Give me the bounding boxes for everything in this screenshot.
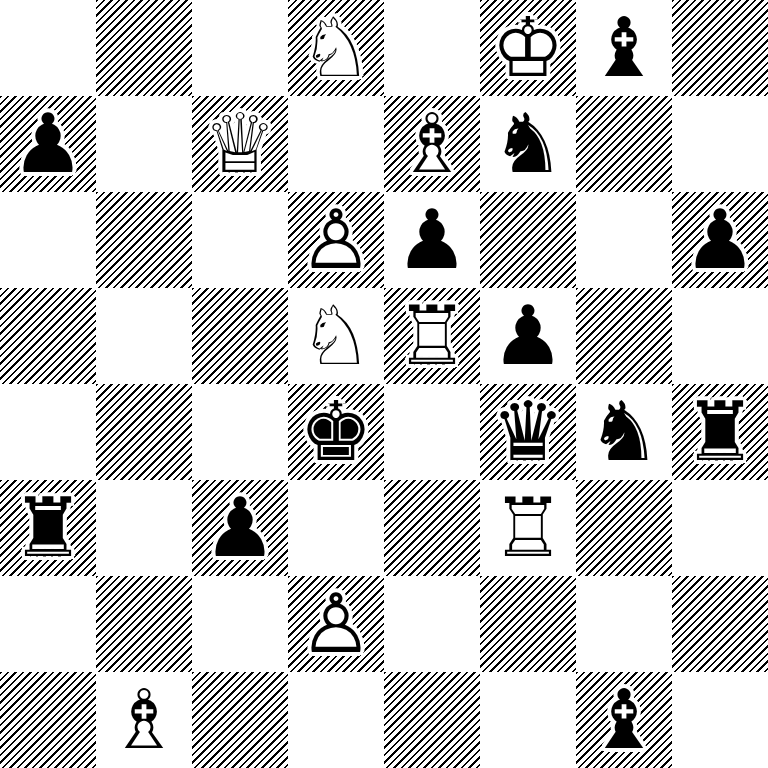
black-king-d4: ♚ (288, 384, 384, 480)
square-b7[interactable] (96, 96, 192, 192)
square-f2[interactable] (480, 576, 576, 672)
square-e2[interactable] (384, 576, 480, 672)
square-d2[interactable]: ♟♙ (288, 576, 384, 672)
square-d6[interactable]: ♟♙ (288, 192, 384, 288)
square-b1[interactable]: ♝♗ (96, 672, 192, 768)
black-bishop-g8: ♝ (576, 0, 672, 96)
square-e1[interactable] (384, 672, 480, 768)
white-rook-f3: ♖ (480, 480, 576, 576)
square-g5[interactable] (576, 288, 672, 384)
square-b2[interactable] (96, 576, 192, 672)
square-c1[interactable] (192, 672, 288, 768)
square-a2[interactable] (0, 576, 96, 672)
square-b4[interactable] (96, 384, 192, 480)
black-pawn-e6: ♟ (384, 192, 480, 288)
black-pawn-f5: ♟ (480, 288, 576, 384)
black-knight-f7: ♞ (480, 96, 576, 192)
square-g2[interactable] (576, 576, 672, 672)
white-king-f8: ♔ (480, 0, 576, 96)
square-d8[interactable]: ♞♘ (288, 0, 384, 96)
square-e3[interactable] (384, 480, 480, 576)
black-bishop-g1: ♝ (576, 672, 672, 768)
square-c4[interactable] (192, 384, 288, 480)
square-g4[interactable]: ♞♞ (576, 384, 672, 480)
square-c3[interactable]: ♟♟ (192, 480, 288, 576)
square-g7[interactable] (576, 96, 672, 192)
square-d7[interactable] (288, 96, 384, 192)
square-a5[interactable] (0, 288, 96, 384)
square-e4[interactable] (384, 384, 480, 480)
white-pawn-d6: ♙ (288, 192, 384, 288)
white-pawn-d2: ♙ (288, 576, 384, 672)
white-rook-e5: ♖ (384, 288, 480, 384)
square-b8[interactable] (96, 0, 192, 96)
square-g1[interactable]: ♝♝ (576, 672, 672, 768)
white-bishop-b1: ♗ (96, 672, 192, 768)
square-d5[interactable]: ♞♘ (288, 288, 384, 384)
square-a3[interactable]: ♜♜ (0, 480, 96, 576)
square-c8[interactable] (192, 0, 288, 96)
square-f4[interactable]: ♛♛ (480, 384, 576, 480)
black-pawn-h6: ♟ (672, 192, 768, 288)
square-g3[interactable] (576, 480, 672, 576)
square-e8[interactable] (384, 0, 480, 96)
square-f5[interactable]: ♟♟ (480, 288, 576, 384)
square-f8[interactable]: ♚♔ (480, 0, 576, 96)
black-queen-f4: ♛ (480, 384, 576, 480)
square-c5[interactable] (192, 288, 288, 384)
black-pawn-c3: ♟ (192, 480, 288, 576)
square-a4[interactable] (0, 384, 96, 480)
square-h3[interactable] (672, 480, 768, 576)
white-knight-d5: ♘ (288, 288, 384, 384)
square-g6[interactable] (576, 192, 672, 288)
square-d4[interactable]: ♚♚ (288, 384, 384, 480)
square-a6[interactable] (0, 192, 96, 288)
square-d1[interactable] (288, 672, 384, 768)
square-c2[interactable] (192, 576, 288, 672)
square-a7[interactable]: ♟♟ (0, 96, 96, 192)
square-b3[interactable] (96, 480, 192, 576)
square-h2[interactable] (672, 576, 768, 672)
square-d3[interactable] (288, 480, 384, 576)
white-knight-d8: ♘ (288, 0, 384, 96)
square-c7[interactable]: ♛♕ (192, 96, 288, 192)
white-queen-c7: ♕ (192, 96, 288, 192)
square-h8[interactable] (672, 0, 768, 96)
square-g8[interactable]: ♝♝ (576, 0, 672, 96)
black-rook-a3: ♜ (0, 480, 96, 576)
square-b6[interactable] (96, 192, 192, 288)
black-pawn-a7: ♟ (0, 96, 96, 192)
square-e6[interactable]: ♟♟ (384, 192, 480, 288)
black-knight-g4: ♞ (576, 384, 672, 480)
square-f1[interactable] (480, 672, 576, 768)
square-h4[interactable]: ♜♜ (672, 384, 768, 480)
square-b5[interactable] (96, 288, 192, 384)
square-e5[interactable]: ♜♖ (384, 288, 480, 384)
black-rook-h4: ♜ (672, 384, 768, 480)
square-h1[interactable] (672, 672, 768, 768)
square-a1[interactable] (0, 672, 96, 768)
square-h5[interactable] (672, 288, 768, 384)
white-bishop-e7: ♗ (384, 96, 480, 192)
square-c6[interactable] (192, 192, 288, 288)
chess-board: ♞♘♚♔♝♝♟♟♛♕♝♗♞♞♟♙♟♟♟♟♞♘♜♖♟♟♚♚♛♛♞♞♜♜♜♜♟♟♜♖… (0, 0, 768, 768)
square-f7[interactable]: ♞♞ (480, 96, 576, 192)
square-e7[interactable]: ♝♗ (384, 96, 480, 192)
square-a8[interactable] (0, 0, 96, 96)
square-h6[interactable]: ♟♟ (672, 192, 768, 288)
square-f3[interactable]: ♜♖ (480, 480, 576, 576)
square-h7[interactable] (672, 96, 768, 192)
square-f6[interactable] (480, 192, 576, 288)
